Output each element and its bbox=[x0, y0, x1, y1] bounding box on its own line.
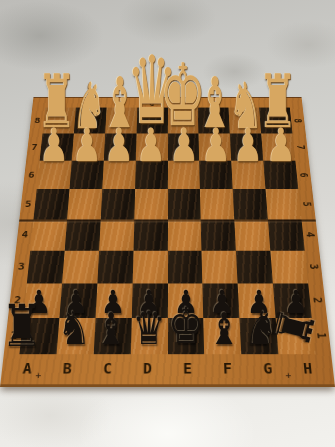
square-c8 bbox=[105, 108, 137, 134]
square-e5 bbox=[168, 189, 201, 219]
square-d2 bbox=[131, 283, 167, 318]
square-h7 bbox=[261, 134, 295, 161]
coordinate-label: E bbox=[180, 100, 185, 106]
square-b4 bbox=[65, 219, 101, 250]
coordinate-label: 3 bbox=[307, 264, 320, 270]
square-c1 bbox=[93, 318, 131, 354]
square-d5 bbox=[134, 189, 167, 219]
coordinate-label: 8 bbox=[292, 118, 304, 122]
square-b7 bbox=[72, 134, 105, 161]
square-a6 bbox=[37, 161, 72, 189]
square-a3 bbox=[27, 250, 65, 283]
chess-photo-scene: ABCDEFGH ABCDEFGH 87654321 87654321 + + … bbox=[0, 0, 335, 447]
board-grid bbox=[19, 108, 315, 355]
square-e6 bbox=[168, 161, 201, 189]
stamp-mark-icon: + bbox=[35, 372, 42, 380]
stamp-mark-icon: + bbox=[285, 372, 292, 380]
square-d4 bbox=[133, 219, 167, 250]
square-e2 bbox=[168, 283, 204, 318]
square-f8 bbox=[198, 108, 230, 134]
square-g6 bbox=[231, 161, 265, 189]
square-a2 bbox=[23, 283, 62, 318]
square-g3 bbox=[236, 250, 273, 283]
coordinate-label: G bbox=[263, 361, 273, 377]
square-h1 bbox=[276, 318, 316, 354]
file-labels-top: ABCDEFGH bbox=[45, 98, 290, 107]
square-g1 bbox=[240, 318, 279, 354]
square-b8 bbox=[74, 108, 107, 134]
square-e8 bbox=[168, 108, 199, 134]
coordinate-label: 2 bbox=[13, 295, 21, 306]
square-c6 bbox=[102, 161, 135, 189]
square-h6 bbox=[263, 161, 298, 189]
square-b3 bbox=[62, 250, 99, 283]
file-labels-bottom: ABCDEFGH bbox=[16, 354, 318, 384]
square-a7 bbox=[40, 134, 74, 161]
square-d1 bbox=[130, 318, 167, 354]
coordinate-label: 6 bbox=[297, 172, 309, 177]
square-g7 bbox=[230, 134, 263, 161]
coordinate-label: H bbox=[302, 361, 312, 377]
square-c4 bbox=[99, 219, 134, 250]
coordinate-label: 1 bbox=[9, 330, 17, 342]
square-e7 bbox=[168, 134, 200, 161]
square-a5 bbox=[34, 189, 70, 219]
square-a4 bbox=[30, 219, 67, 250]
coordinate-label: 2 bbox=[311, 297, 325, 303]
square-c5 bbox=[101, 189, 135, 219]
square-d3 bbox=[132, 250, 167, 283]
square-b5 bbox=[67, 189, 102, 219]
square-c7 bbox=[104, 134, 137, 161]
coordinate-label: D bbox=[150, 100, 155, 106]
square-f6 bbox=[199, 161, 232, 189]
coordinate-label: C bbox=[119, 100, 124, 106]
square-a1 bbox=[19, 318, 59, 354]
square-h5 bbox=[266, 189, 302, 219]
square-c2 bbox=[95, 283, 132, 318]
square-d6 bbox=[135, 161, 168, 189]
coordinate-label: A bbox=[22, 361, 32, 377]
square-g5 bbox=[233, 189, 268, 219]
coordinate-label: 7 bbox=[31, 143, 38, 152]
coordinate-label: 4 bbox=[21, 230, 29, 240]
square-f3 bbox=[202, 250, 238, 283]
coordinate-label: E bbox=[183, 361, 192, 377]
coordinate-label: 7 bbox=[295, 145, 307, 150]
coordinate-label: H bbox=[273, 100, 278, 106]
square-b1 bbox=[56, 318, 95, 354]
square-c3 bbox=[97, 250, 133, 283]
coordinate-label: 5 bbox=[24, 199, 31, 209]
square-e3 bbox=[168, 250, 203, 283]
square-b6 bbox=[69, 161, 103, 189]
square-g4 bbox=[234, 219, 270, 250]
square-f5 bbox=[200, 189, 234, 219]
square-g8 bbox=[229, 108, 262, 134]
coordinate-label: F bbox=[223, 361, 233, 377]
coordinate-label: B bbox=[62, 361, 72, 377]
square-h2 bbox=[273, 283, 312, 318]
coordinate-label: 8 bbox=[34, 116, 41, 124]
square-f7 bbox=[199, 134, 232, 161]
square-g2 bbox=[238, 283, 276, 318]
square-e4 bbox=[168, 219, 202, 250]
chess-board: ABCDEFGH ABCDEFGH 87654321 87654321 + + bbox=[0, 97, 335, 387]
square-h4 bbox=[268, 219, 305, 250]
square-h8 bbox=[259, 108, 292, 134]
square-e1 bbox=[168, 318, 205, 354]
square-b2 bbox=[59, 283, 97, 318]
board-fold-seam bbox=[19, 219, 316, 221]
square-d7 bbox=[136, 134, 168, 161]
coordinate-label: 3 bbox=[17, 261, 25, 272]
coordinate-label: C bbox=[103, 361, 113, 377]
coordinate-label: 6 bbox=[28, 170, 35, 179]
square-f4 bbox=[201, 219, 236, 250]
square-d8 bbox=[136, 108, 167, 134]
coordinate-label: 4 bbox=[304, 232, 317, 237]
square-f1 bbox=[204, 318, 242, 354]
coordinate-label: 1 bbox=[314, 333, 328, 339]
square-f2 bbox=[203, 283, 240, 318]
square-a8 bbox=[42, 108, 75, 134]
coordinate-label: G bbox=[242, 100, 247, 106]
coordinate-label: F bbox=[211, 100, 216, 106]
coordinate-label: D bbox=[143, 361, 152, 377]
coordinate-label: A bbox=[57, 100, 62, 106]
coordinate-label: B bbox=[88, 100, 93, 106]
coordinate-label: 5 bbox=[300, 202, 313, 207]
square-h3 bbox=[270, 250, 308, 283]
